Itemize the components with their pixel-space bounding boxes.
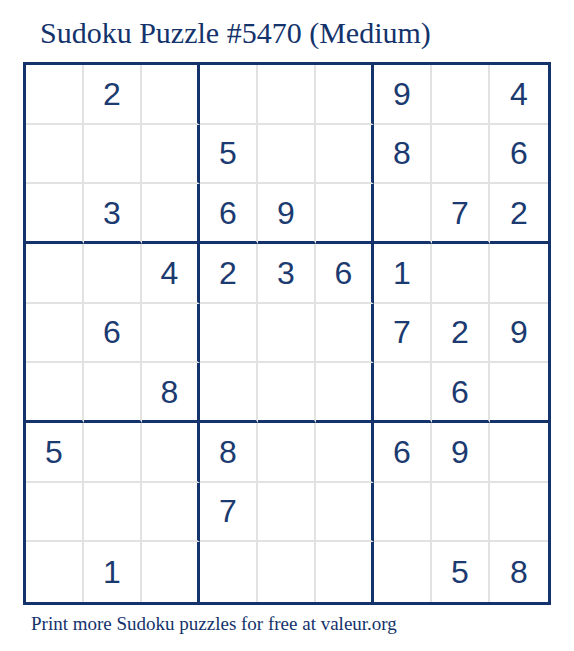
sudoku-cell-r1c7[interactable]: 9 — [374, 65, 432, 125]
sudoku-cell-r3c4[interactable]: 6 — [200, 184, 258, 244]
sudoku-cell-r2c9[interactable]: 6 — [490, 125, 548, 185]
footer-text: Print more Sudoku puzzles for free at va… — [31, 613, 397, 635]
digit: 3 — [277, 257, 295, 289]
digit: 8 — [393, 137, 411, 169]
sudoku-cell-r1c5[interactable] — [258, 65, 316, 125]
sudoku-cell-r9c1[interactable] — [26, 542, 84, 602]
sudoku-cell-r8c6[interactable] — [316, 483, 374, 543]
sudoku-cell-r3c1[interactable] — [26, 184, 84, 244]
digit: 7 — [219, 495, 237, 527]
digit: 6 — [103, 316, 121, 348]
digit: 7 — [451, 197, 469, 229]
sudoku-cell-r3c8[interactable]: 7 — [432, 184, 490, 244]
sudoku-cell-r5c3[interactable] — [142, 304, 200, 364]
sudoku-cell-r9c6[interactable] — [316, 542, 374, 602]
digit: 9 — [451, 436, 469, 468]
sudoku-cell-r1c4[interactable] — [200, 65, 258, 125]
digit: 8 — [161, 376, 179, 408]
digit: 8 — [219, 436, 237, 468]
sudoku-cell-r5c9[interactable]: 9 — [490, 304, 548, 364]
sudoku-cell-r2c5[interactable] — [258, 125, 316, 185]
sudoku-board: 294586369724236167298658697158 — [23, 62, 551, 605]
sudoku-cell-r4c6[interactable]: 6 — [316, 244, 374, 304]
digit: 8 — [510, 556, 528, 588]
sudoku-cell-r2c2[interactable] — [84, 125, 142, 185]
sudoku-cell-r3c7[interactable] — [374, 184, 432, 244]
digit: 1 — [393, 257, 411, 289]
sudoku-cell-r9c2[interactable]: 1 — [84, 542, 142, 602]
sudoku-cell-r1c9[interactable]: 4 — [490, 65, 548, 125]
sudoku-cell-r6c3[interactable]: 8 — [142, 363, 200, 423]
digit: 5 — [451, 556, 469, 588]
sudoku-cell-r8c8[interactable] — [432, 483, 490, 543]
sudoku-cell-r5c4[interactable] — [200, 304, 258, 364]
sudoku-cell-r7c7[interactable]: 6 — [374, 423, 432, 483]
sudoku-cell-r7c8[interactable]: 9 — [432, 423, 490, 483]
sudoku-cell-r7c9[interactable] — [490, 423, 548, 483]
sudoku-cell-r3c9[interactable]: 2 — [490, 184, 548, 244]
sudoku-cell-r7c1[interactable]: 5 — [26, 423, 84, 483]
sudoku-cell-r9c4[interactable] — [200, 542, 258, 602]
digit: 9 — [393, 78, 411, 110]
digit: 1 — [103, 556, 121, 588]
sudoku-cell-r4c4[interactable]: 2 — [200, 244, 258, 304]
sudoku-cell-r3c5[interactable]: 9 — [258, 184, 316, 244]
sudoku-cell-r8c7[interactable] — [374, 483, 432, 543]
sudoku-cell-r8c3[interactable] — [142, 483, 200, 543]
sudoku-cell-r1c6[interactable] — [316, 65, 374, 125]
sudoku-cell-r8c9[interactable] — [490, 483, 548, 543]
sudoku-cell-r4c8[interactable] — [432, 244, 490, 304]
page-title: Sudoku Puzzle #5470 (Medium) — [40, 16, 431, 50]
digit: 3 — [103, 197, 121, 229]
sudoku-cell-r6c2[interactable] — [84, 363, 142, 423]
sudoku-cell-r6c4[interactable] — [200, 363, 258, 423]
digit: 5 — [219, 137, 237, 169]
sudoku-cell-r1c1[interactable] — [26, 65, 84, 125]
sudoku-cell-r9c5[interactable] — [258, 542, 316, 602]
digit: 2 — [451, 316, 469, 348]
digit: 5 — [45, 436, 63, 468]
sudoku-cell-r1c8[interactable] — [432, 65, 490, 125]
digit: 7 — [393, 316, 411, 348]
sudoku-cell-r4c2[interactable] — [84, 244, 142, 304]
digit: 9 — [277, 197, 295, 229]
sudoku-cell-r6c1[interactable] — [26, 363, 84, 423]
sudoku-cell-r2c3[interactable] — [142, 125, 200, 185]
digit: 2 — [103, 78, 121, 110]
sudoku-cell-r6c9[interactable] — [490, 363, 548, 423]
sudoku-cell-r7c4[interactable]: 8 — [200, 423, 258, 483]
sudoku-cell-r5c5[interactable] — [258, 304, 316, 364]
digit: 6 — [510, 137, 528, 169]
sudoku-cell-r9c9[interactable]: 8 — [490, 542, 548, 602]
digit: 4 — [161, 257, 179, 289]
sudoku-cell-r5c7[interactable]: 7 — [374, 304, 432, 364]
sudoku-cell-r9c3[interactable] — [142, 542, 200, 602]
sudoku-cell-r4c1[interactable] — [26, 244, 84, 304]
sudoku-cell-r9c7[interactable] — [374, 542, 432, 602]
digit: 2 — [510, 197, 528, 229]
sudoku-cell-r5c8[interactable]: 2 — [432, 304, 490, 364]
sudoku-cell-r2c8[interactable] — [432, 125, 490, 185]
sudoku-cell-r5c2[interactable]: 6 — [84, 304, 142, 364]
sudoku-cell-r6c6[interactable] — [316, 363, 374, 423]
sudoku-cell-r1c3[interactable] — [142, 65, 200, 125]
sudoku-cell-r9c8[interactable]: 5 — [432, 542, 490, 602]
sudoku-cell-r2c7[interactable]: 8 — [374, 125, 432, 185]
digit: 9 — [510, 316, 528, 348]
sudoku-cell-r6c7[interactable] — [374, 363, 432, 423]
sudoku-cell-r7c3[interactable] — [142, 423, 200, 483]
sudoku-cell-r3c2[interactable]: 3 — [84, 184, 142, 244]
digit: 6 — [219, 197, 237, 229]
sudoku-cell-r7c5[interactable] — [258, 423, 316, 483]
sudoku-cell-r2c1[interactable] — [26, 125, 84, 185]
sudoku-cell-r4c5[interactable]: 3 — [258, 244, 316, 304]
sudoku-cell-r3c6[interactable] — [316, 184, 374, 244]
digit: 6 — [335, 257, 353, 289]
sudoku-cell-r6c8[interactable]: 6 — [432, 363, 490, 423]
sudoku-cell-r7c6[interactable] — [316, 423, 374, 483]
sudoku-cell-r5c6[interactable] — [316, 304, 374, 364]
sudoku-cell-r8c5[interactable] — [258, 483, 316, 543]
sudoku-cell-r4c7[interactable]: 1 — [374, 244, 432, 304]
sudoku-cell-r4c9[interactable] — [490, 244, 548, 304]
digit: 2 — [219, 257, 237, 289]
sudoku-cell-r5c1[interactable] — [26, 304, 84, 364]
sudoku-cell-r8c4[interactable]: 7 — [200, 483, 258, 543]
sudoku-cell-r4c3[interactable]: 4 — [142, 244, 200, 304]
sudoku-page: Sudoku Puzzle #5470 (Medium) 29458636972… — [0, 0, 574, 651]
sudoku-cell-r7c2[interactable] — [84, 423, 142, 483]
sudoku-cell-r2c6[interactable] — [316, 125, 374, 185]
sudoku-cell-r8c2[interactable] — [84, 483, 142, 543]
sudoku-cell-r6c5[interactable] — [258, 363, 316, 423]
digit: 6 — [393, 436, 411, 468]
sudoku-cell-r3c3[interactable] — [142, 184, 200, 244]
sudoku-cell-r1c2[interactable]: 2 — [84, 65, 142, 125]
digit: 4 — [510, 78, 528, 110]
digit: 6 — [451, 376, 469, 408]
sudoku-cell-r8c1[interactable] — [26, 483, 84, 543]
sudoku-cell-r2c4[interactable]: 5 — [200, 125, 258, 185]
